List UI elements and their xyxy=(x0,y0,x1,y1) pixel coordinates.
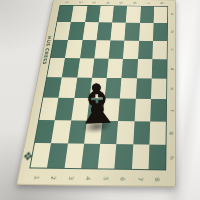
photo-background: ♛ US CHESS ❖ 12345678 12345678 abcdefgh … xyxy=(0,0,200,200)
black-bishop: ♝ xyxy=(71,72,124,133)
